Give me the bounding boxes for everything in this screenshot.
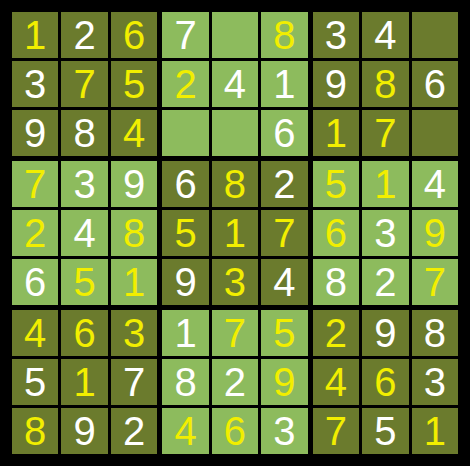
sudoku-board: 1263759847824163498617739248651682517934…	[12, 12, 458, 454]
cell-r9c1[interactable]: 8	[12, 408, 58, 454]
cell-r5c7[interactable]: 6	[313, 210, 359, 256]
cell-r8c7[interactable]: 4	[313, 359, 359, 405]
cell-r2c6[interactable]: 1	[261, 61, 307, 107]
block-3-2: 175829463	[162, 310, 307, 454]
cell-r9c2[interactable]: 9	[61, 408, 107, 454]
cell-r9c7[interactable]: 7	[313, 408, 359, 454]
cell-r8c4[interactable]: 8	[162, 359, 208, 405]
cell-r3c3[interactable]: 4	[111, 110, 157, 156]
cell-r5c2[interactable]: 4	[61, 210, 107, 256]
cell-r2c5[interactable]: 4	[212, 61, 258, 107]
cell-r9c8[interactable]: 5	[362, 408, 408, 454]
cell-r6c4[interactable]: 9	[162, 259, 208, 305]
cell-r9c5[interactable]: 6	[212, 408, 258, 454]
block-2-1: 739248651	[12, 161, 157, 305]
cell-r1c8[interactable]: 4	[362, 12, 408, 58]
cell-r3c2[interactable]: 8	[61, 110, 107, 156]
cell-r2c4[interactable]: 2	[162, 61, 208, 107]
block-2-3: 514639827	[313, 161, 458, 305]
cell-r4c9[interactable]: 4	[412, 161, 458, 207]
cell-r4c2[interactable]: 3	[61, 161, 107, 207]
cell-r6c8[interactable]: 2	[362, 259, 408, 305]
cell-r7c7[interactable]: 2	[313, 310, 359, 356]
cell-r7c2[interactable]: 6	[61, 310, 107, 356]
cell-r5c6[interactable]: 7	[261, 210, 307, 256]
cell-r3c6[interactable]: 6	[261, 110, 307, 156]
cell-r3c8[interactable]: 7	[362, 110, 408, 156]
cell-r2c9[interactable]: 6	[412, 61, 458, 107]
cell-r5c1[interactable]: 2	[12, 210, 58, 256]
cell-r1c4[interactable]: 7	[162, 12, 208, 58]
cell-r3c7[interactable]: 1	[313, 110, 359, 156]
cell-r6c6[interactable]: 4	[261, 259, 307, 305]
block-1-2: 782416	[162, 12, 307, 156]
cell-r7c4[interactable]: 1	[162, 310, 208, 356]
cell-r6c5[interactable]: 3	[212, 259, 258, 305]
cell-r1c9[interactable]	[412, 12, 458, 58]
cell-r8c8[interactable]: 6	[362, 359, 408, 405]
block-1-1: 126375984	[12, 12, 157, 156]
cell-r3c9[interactable]	[412, 110, 458, 156]
cell-r6c3[interactable]: 1	[111, 259, 157, 305]
cell-r9c3[interactable]: 2	[111, 408, 157, 454]
cell-r8c1[interactable]: 5	[12, 359, 58, 405]
cell-r4c6[interactable]: 2	[261, 161, 307, 207]
cell-r4c1[interactable]: 7	[12, 161, 58, 207]
cell-r7c9[interactable]: 8	[412, 310, 458, 356]
cell-r2c1[interactable]: 3	[12, 61, 58, 107]
cell-r1c3[interactable]: 6	[111, 12, 157, 58]
cell-r9c6[interactable]: 3	[261, 408, 307, 454]
cell-r3c1[interactable]: 9	[12, 110, 58, 156]
cell-r5c8[interactable]: 3	[362, 210, 408, 256]
cell-r6c7[interactable]: 8	[313, 259, 359, 305]
cell-r8c3[interactable]: 7	[111, 359, 157, 405]
cell-r6c9[interactable]: 7	[412, 259, 458, 305]
cell-r2c2[interactable]: 7	[61, 61, 107, 107]
cell-r4c3[interactable]: 9	[111, 161, 157, 207]
cell-r3c5[interactable]	[212, 110, 258, 156]
cell-r4c8[interactable]: 1	[362, 161, 408, 207]
cell-r3c4[interactable]	[162, 110, 208, 156]
cell-r5c4[interactable]: 5	[162, 210, 208, 256]
cell-r8c6[interactable]: 9	[261, 359, 307, 405]
cell-r7c3[interactable]: 3	[111, 310, 157, 356]
block-3-1: 463517892	[12, 310, 157, 454]
cell-r6c1[interactable]: 6	[12, 259, 58, 305]
cell-r7c5[interactable]: 7	[212, 310, 258, 356]
cell-r7c1[interactable]: 4	[12, 310, 58, 356]
cell-r8c5[interactable]: 2	[212, 359, 258, 405]
cell-r4c4[interactable]: 6	[162, 161, 208, 207]
block-3-3: 298463751	[313, 310, 458, 454]
cell-r9c4[interactable]: 4	[162, 408, 208, 454]
cell-r5c9[interactable]: 9	[412, 210, 458, 256]
cell-r4c7[interactable]: 5	[313, 161, 359, 207]
cell-r8c2[interactable]: 1	[61, 359, 107, 405]
cell-r9c9[interactable]: 1	[412, 408, 458, 454]
cell-r4c5[interactable]: 8	[212, 161, 258, 207]
cell-r2c3[interactable]: 5	[111, 61, 157, 107]
cell-r1c7[interactable]: 3	[313, 12, 359, 58]
cell-r8c9[interactable]: 3	[412, 359, 458, 405]
cell-r5c5[interactable]: 1	[212, 210, 258, 256]
cell-r2c8[interactable]: 8	[362, 61, 408, 107]
cell-r7c8[interactable]: 9	[362, 310, 408, 356]
sudoku-screen: 1263759847824163498617739248651682517934…	[0, 0, 470, 466]
cell-r1c5[interactable]	[212, 12, 258, 58]
cell-r2c7[interactable]: 9	[313, 61, 359, 107]
cell-r1c2[interactable]: 2	[61, 12, 107, 58]
block-2-2: 682517934	[162, 161, 307, 305]
cell-r5c3[interactable]: 8	[111, 210, 157, 256]
cell-r1c6[interactable]: 8	[261, 12, 307, 58]
block-1-3: 3498617	[313, 12, 458, 156]
cell-r6c2[interactable]: 5	[61, 259, 107, 305]
cell-r1c1[interactable]: 1	[12, 12, 58, 58]
cell-r7c6[interactable]: 5	[261, 310, 307, 356]
